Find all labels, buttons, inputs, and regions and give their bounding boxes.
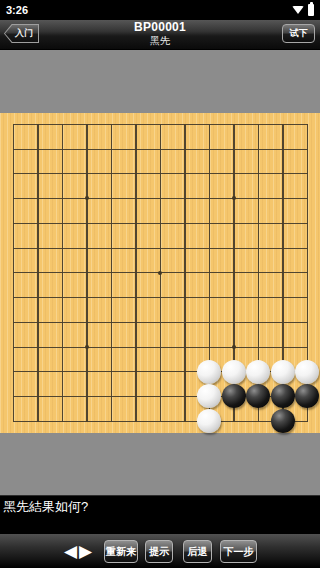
white-stone (271, 360, 295, 384)
white-stone (222, 360, 246, 384)
next-step-button[interactable]: 下一步 (220, 540, 257, 563)
page-title: BP00001 (0, 21, 320, 33)
undo-button[interactable]: 后退 (183, 540, 212, 563)
star-point (85, 196, 89, 200)
problem-question-text: 黑先結果如何? (3, 499, 88, 514)
star-point (232, 345, 236, 349)
nav-title-block: BP00001 黑先 (0, 21, 320, 46)
spacer-above-board (0, 50, 320, 113)
restart-button[interactable]: 重新来 (104, 540, 138, 563)
wifi-icon (292, 6, 304, 14)
white-stone (197, 360, 221, 384)
black-stone (271, 409, 295, 433)
battery-icon (308, 4, 314, 16)
clock: 3:26 (6, 4, 28, 16)
black-stone (222, 384, 246, 408)
problem-question-bar: 黑先結果如何? (0, 495, 320, 533)
status-bar: 3:26 (0, 0, 320, 20)
prev-arrow-icon[interactable]: ◀ (63, 543, 78, 560)
page-subtitle: 黑先 (0, 36, 320, 46)
black-stone (246, 384, 270, 408)
hint-button[interactable]: 提示 (145, 540, 173, 563)
white-stone (197, 384, 221, 408)
move-arrows: ◀ ▶ (63, 534, 93, 568)
white-stone (246, 360, 270, 384)
star-point (158, 271, 162, 275)
next-arrow-icon[interactable]: ▶ (78, 543, 93, 560)
star-point (232, 196, 236, 200)
try-move-button[interactable]: 试下 (282, 24, 315, 43)
nav-bar: 入门 BP00001 黑先 试下 (0, 20, 320, 50)
status-icons (292, 4, 314, 16)
go-board[interactable] (0, 113, 320, 433)
app-screen: 3:26 入门 BP00001 黑先 试下 黑先結果如何? ◀ ▶ 重新来 提示 (0, 0, 320, 568)
black-stone (295, 384, 319, 408)
white-stone (295, 360, 319, 384)
white-stone (197, 409, 221, 433)
black-stone (271, 384, 295, 408)
spacer-below-board (0, 433, 320, 495)
bottom-toolbar: ◀ ▶ 重新来 提示 后退 下一步 (0, 533, 320, 568)
star-point (85, 345, 89, 349)
